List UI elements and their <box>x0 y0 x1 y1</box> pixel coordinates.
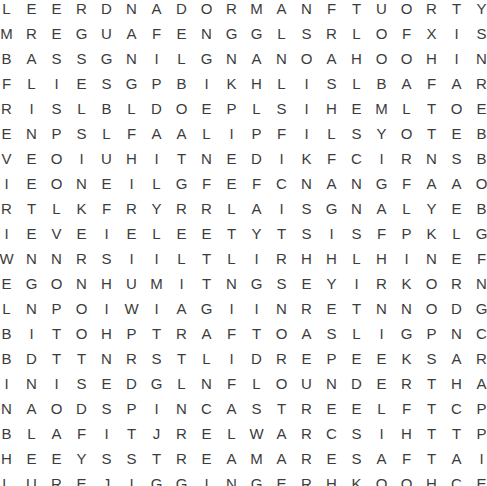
grid-cell[interactable]: O <box>269 371 294 396</box>
grid-cell[interactable]: I <box>144 46 169 71</box>
grid-cell[interactable]: H <box>444 371 469 396</box>
grid-cell[interactable]: O <box>369 471 394 486</box>
grid-cell[interactable]: A <box>269 446 294 471</box>
grid-cell[interactable]: I <box>319 221 344 246</box>
grid-cell[interactable]: L <box>69 96 94 121</box>
grid-cell[interactable]: L <box>144 171 169 196</box>
grid-cell[interactable]: A <box>169 296 194 321</box>
grid-cell[interactable]: H <box>244 71 269 96</box>
grid-cell[interactable]: N <box>219 271 244 296</box>
grid-cell[interactable]: F <box>394 446 419 471</box>
grid-cell[interactable]: L <box>344 321 369 346</box>
grid-cell[interactable]: I <box>244 296 269 321</box>
grid-cell[interactable]: S <box>44 46 69 71</box>
grid-cell[interactable]: H <box>319 246 344 271</box>
grid-cell[interactable]: G <box>194 296 219 321</box>
grid-cell[interactable]: N <box>369 296 394 321</box>
grid-cell[interactable]: F <box>219 371 244 396</box>
grid-cell[interactable]: O <box>394 121 419 146</box>
grid-cell[interactable]: L <box>319 121 344 146</box>
grid-cell[interactable]: T <box>244 321 269 346</box>
grid-cell[interactable]: P <box>119 396 144 421</box>
grid-cell[interactable]: H <box>0 446 19 471</box>
grid-cell[interactable]: S <box>119 446 144 471</box>
grid-cell[interactable]: O <box>369 21 394 46</box>
grid-cell[interactable]: A <box>44 421 69 446</box>
grid-cell[interactable]: D <box>344 371 369 396</box>
grid-cell[interactable]: K <box>69 196 94 221</box>
grid-cell[interactable]: T <box>219 221 244 246</box>
grid-cell[interactable]: P <box>394 221 419 246</box>
grid-cell[interactable]: S <box>94 71 119 96</box>
grid-cell[interactable]: P <box>219 96 244 121</box>
grid-cell[interactable]: O <box>44 396 69 421</box>
grid-cell[interactable]: S <box>269 96 294 121</box>
grid-cell[interactable]: D <box>169 0 194 21</box>
grid-cell[interactable]: I <box>294 121 319 146</box>
grid-cell[interactable]: A <box>244 196 269 221</box>
grid-cell[interactable]: I <box>144 396 169 421</box>
grid-cell[interactable]: T <box>119 421 144 446</box>
grid-cell[interactable]: E <box>119 221 144 246</box>
grid-cell[interactable]: R <box>269 346 294 371</box>
grid-cell[interactable]: L <box>169 246 194 271</box>
grid-cell[interactable]: I <box>119 171 144 196</box>
grid-cell[interactable]: E <box>19 146 44 171</box>
grid-cell[interactable]: F <box>419 71 444 96</box>
grid-cell[interactable]: R <box>0 196 19 221</box>
grid-cell[interactable]: P <box>119 321 144 346</box>
grid-cell[interactable]: I <box>344 271 369 296</box>
grid-cell[interactable]: L <box>219 421 244 446</box>
grid-cell[interactable]: K <box>394 346 419 371</box>
grid-cell[interactable]: I <box>19 96 44 121</box>
grid-cell[interactable]: A <box>369 446 394 471</box>
grid-cell[interactable]: E <box>444 246 469 271</box>
grid-cell[interactable]: S <box>344 446 369 471</box>
grid-cell[interactable]: M <box>0 21 19 46</box>
grid-cell[interactable]: L <box>19 71 44 96</box>
grid-cell[interactable]: L <box>344 246 369 271</box>
grid-cell[interactable]: N <box>269 46 294 71</box>
grid-cell[interactable]: B <box>169 71 194 96</box>
grid-cell[interactable]: R <box>219 0 244 21</box>
grid-cell[interactable]: A <box>194 321 219 346</box>
grid-cell[interactable]: O <box>169 96 194 121</box>
grid-cell[interactable]: E <box>344 96 369 121</box>
grid-cell[interactable]: F <box>269 121 294 146</box>
grid-cell[interactable]: L <box>0 471 19 486</box>
grid-cell[interactable]: I <box>94 421 119 446</box>
grid-cell[interactable]: F <box>394 21 419 46</box>
grid-cell[interactable]: O <box>269 321 294 346</box>
grid-cell[interactable]: V <box>0 146 19 171</box>
grid-cell[interactable]: N <box>469 271 487 296</box>
grid-cell[interactable]: Y <box>369 121 394 146</box>
grid-cell[interactable]: G <box>144 471 169 486</box>
grid-cell[interactable]: R <box>44 471 69 486</box>
grid-cell[interactable]: C <box>319 421 344 446</box>
grid-cell[interactable]: R <box>294 471 319 486</box>
grid-cell[interactable]: P <box>319 346 344 371</box>
grid-cell[interactable]: E <box>169 21 194 46</box>
grid-cell[interactable]: I <box>469 446 487 471</box>
grid-cell[interactable]: F <box>319 146 344 171</box>
grid-cell[interactable]: I <box>444 21 469 46</box>
grid-cell[interactable]: O <box>69 321 94 346</box>
grid-cell[interactable]: G <box>369 171 394 196</box>
grid-cell[interactable]: D <box>19 346 44 371</box>
grid-cell[interactable]: E <box>19 221 44 246</box>
grid-cell[interactable]: T <box>444 0 469 21</box>
grid-cell[interactable]: L <box>19 421 44 446</box>
grid-cell[interactable]: K <box>344 471 369 486</box>
grid-cell[interactable]: S <box>244 396 269 421</box>
grid-cell[interactable]: R <box>169 421 194 446</box>
grid-cell[interactable]: N <box>119 46 144 71</box>
grid-cell[interactable]: U <box>94 21 119 46</box>
grid-cell[interactable]: S <box>144 346 169 371</box>
grid-cell[interactable]: C <box>469 321 487 346</box>
grid-cell[interactable]: B <box>469 196 487 221</box>
grid-cell[interactable]: B <box>469 146 487 171</box>
grid-cell[interactable]: A <box>19 46 44 71</box>
grid-cell[interactable]: N <box>269 296 294 321</box>
grid-cell[interactable]: E <box>94 371 119 396</box>
grid-cell[interactable]: U <box>294 371 319 396</box>
grid-cell[interactable]: F <box>244 171 269 196</box>
grid-cell[interactable]: J <box>94 471 119 486</box>
grid-cell[interactable]: A <box>444 346 469 371</box>
grid-cell[interactable]: E <box>319 446 344 471</box>
grid-cell[interactable]: S <box>344 421 369 446</box>
grid-cell[interactable]: H <box>94 271 119 296</box>
grid-cell[interactable]: B <box>94 96 119 121</box>
grid-cell[interactable]: F <box>119 121 144 146</box>
grid-cell[interactable]: O <box>44 271 69 296</box>
grid-cell[interactable]: U <box>94 146 119 171</box>
grid-cell[interactable]: A <box>269 0 294 21</box>
grid-cell[interactable]: A <box>394 71 419 96</box>
grid-cell[interactable]: L <box>394 96 419 121</box>
grid-cell[interactable]: A <box>244 46 269 71</box>
grid-cell[interactable]: T <box>169 146 194 171</box>
grid-cell[interactable]: F <box>394 171 419 196</box>
grid-cell[interactable]: O <box>419 296 444 321</box>
grid-cell[interactable]: O <box>369 46 394 71</box>
grid-cell[interactable]: Y <box>244 221 269 246</box>
grid-cell[interactable]: N <box>69 271 94 296</box>
grid-cell[interactable]: Y <box>144 196 169 221</box>
grid-cell[interactable]: T <box>144 446 169 471</box>
grid-cell[interactable]: D <box>119 371 144 396</box>
grid-cell[interactable]: E <box>294 346 319 371</box>
grid-cell[interactable]: P <box>469 396 487 421</box>
grid-cell[interactable]: R <box>394 146 419 171</box>
grid-cell[interactable]: W <box>244 421 269 446</box>
grid-cell[interactable]: N <box>119 0 144 21</box>
grid-cell[interactable]: B <box>0 46 19 71</box>
grid-cell[interactable]: I <box>44 371 69 396</box>
grid-cell[interactable]: H <box>294 246 319 271</box>
grid-cell[interactable]: K <box>419 221 444 246</box>
grid-cell[interactable]: P <box>44 296 69 321</box>
grid-cell[interactable]: I <box>0 221 19 246</box>
grid-cell[interactable]: A <box>469 371 487 396</box>
grid-cell[interactable]: A <box>269 421 294 446</box>
grid-cell[interactable]: N <box>419 246 444 271</box>
grid-cell[interactable]: I <box>369 146 394 171</box>
grid-cell[interactable]: I <box>244 246 269 271</box>
grid-cell[interactable]: T <box>269 396 294 421</box>
grid-cell[interactable]: W <box>0 246 19 271</box>
grid-cell[interactable]: C <box>444 396 469 421</box>
grid-cell[interactable]: S <box>419 346 444 371</box>
grid-cell[interactable]: K <box>394 271 419 296</box>
grid-cell[interactable]: R <box>169 446 194 471</box>
grid-cell[interactable]: R <box>19 21 44 46</box>
grid-cell[interactable]: O <box>394 471 419 486</box>
grid-cell[interactable]: A <box>444 446 469 471</box>
grid-cell[interactable]: I <box>94 221 119 246</box>
grid-cell[interactable]: N <box>169 396 194 421</box>
grid-cell[interactable]: L <box>344 71 369 96</box>
grid-cell[interactable]: S <box>344 221 369 246</box>
grid-cell[interactable]: A <box>169 121 194 146</box>
grid-cell[interactable]: T <box>344 296 369 321</box>
grid-cell[interactable]: F <box>194 171 219 196</box>
grid-cell[interactable]: N <box>19 371 44 396</box>
grid-cell[interactable]: D <box>244 146 269 171</box>
grid-cell[interactable]: R <box>294 396 319 421</box>
grid-cell[interactable]: H <box>94 321 119 346</box>
grid-cell[interactable]: G <box>169 171 194 196</box>
grid-cell[interactable]: R <box>319 21 344 46</box>
grid-cell[interactable]: R <box>294 446 319 471</box>
grid-cell[interactable]: P <box>469 421 487 446</box>
grid-cell[interactable]: I <box>219 296 244 321</box>
grid-cell[interactable]: O <box>444 96 469 121</box>
grid-cell[interactable]: W <box>119 296 144 321</box>
grid-cell[interactable]: R <box>0 96 19 121</box>
grid-cell[interactable]: R <box>119 196 144 221</box>
grid-cell[interactable]: E <box>469 96 487 121</box>
grid-cell[interactable]: L <box>269 21 294 46</box>
grid-cell[interactable]: L <box>344 21 369 46</box>
grid-cell[interactable]: N <box>319 371 344 396</box>
grid-cell[interactable]: R <box>69 0 94 21</box>
grid-cell[interactable]: E <box>369 371 394 396</box>
grid-cell[interactable]: D <box>444 296 469 321</box>
grid-cell[interactable]: R <box>469 71 487 96</box>
grid-cell[interactable]: A <box>144 0 169 21</box>
grid-cell[interactable]: E <box>444 121 469 146</box>
grid-cell[interactable]: O <box>469 171 487 196</box>
grid-cell[interactable]: G <box>394 321 419 346</box>
grid-cell[interactable]: T <box>419 421 444 446</box>
grid-cell[interactable]: F <box>369 221 394 246</box>
grid-cell[interactable]: R <box>169 196 194 221</box>
grid-cell[interactable]: N <box>419 146 444 171</box>
grid-cell[interactable]: R <box>419 0 444 21</box>
grid-cell[interactable]: N <box>194 371 219 396</box>
grid-cell[interactable]: U <box>19 471 44 486</box>
grid-cell[interactable]: I <box>269 196 294 221</box>
grid-cell[interactable]: F <box>69 421 94 446</box>
grid-cell[interactable]: F <box>0 71 19 96</box>
grid-cell[interactable]: A <box>219 396 244 421</box>
grid-cell[interactable]: G <box>144 371 169 396</box>
grid-cell[interactable]: A <box>319 46 344 71</box>
grid-cell[interactable]: E <box>0 121 19 146</box>
grid-cell[interactable]: S <box>444 146 469 171</box>
grid-cell[interactable]: R <box>469 346 487 371</box>
grid-cell[interactable]: O <box>394 0 419 21</box>
grid-cell[interactable]: U <box>369 0 394 21</box>
grid-cell[interactable]: D <box>144 96 169 121</box>
grid-cell[interactable]: N <box>344 171 369 196</box>
grid-cell[interactable]: E <box>19 446 44 471</box>
grid-cell[interactable]: L <box>269 71 294 96</box>
grid-cell[interactable]: V <box>44 221 69 246</box>
grid-cell[interactable]: T <box>419 446 444 471</box>
grid-cell[interactable]: E <box>194 421 219 446</box>
grid-cell[interactable]: I <box>219 121 244 146</box>
grid-cell[interactable]: I <box>219 346 244 371</box>
grid-cell[interactable]: L <box>444 221 469 246</box>
grid-cell[interactable]: G <box>244 471 269 486</box>
grid-cell[interactable]: E <box>44 446 69 471</box>
grid-cell[interactable]: I <box>94 296 119 321</box>
grid-cell[interactable]: I <box>294 71 319 96</box>
grid-cell[interactable]: S <box>94 396 119 421</box>
grid-cell[interactable]: F <box>144 21 169 46</box>
grid-cell[interactable]: D <box>69 396 94 421</box>
grid-cell[interactable]: B <box>0 421 19 446</box>
grid-cell[interactable]: E <box>219 146 244 171</box>
grid-cell[interactable]: O <box>194 0 219 21</box>
grid-cell[interactable]: E <box>69 71 94 96</box>
grid-cell[interactable]: G <box>319 196 344 221</box>
grid-cell[interactable]: T <box>419 371 444 396</box>
grid-cell[interactable]: M <box>244 0 269 21</box>
grid-cell[interactable]: T <box>194 246 219 271</box>
grid-cell[interactable]: T <box>419 121 444 146</box>
grid-cell[interactable]: G <box>469 221 487 246</box>
grid-cell[interactable]: E <box>194 446 219 471</box>
grid-cell[interactable]: O <box>69 296 94 321</box>
grid-cell[interactable]: I <box>294 96 319 121</box>
grid-cell[interactable]: L <box>219 246 244 271</box>
grid-cell[interactable]: P <box>44 121 69 146</box>
grid-cell[interactable]: L <box>0 296 19 321</box>
grid-cell[interactable]: C <box>444 471 469 486</box>
grid-cell[interactable]: N <box>344 196 369 221</box>
grid-cell[interactable]: G <box>469 296 487 321</box>
grid-cell[interactable]: G <box>244 271 269 296</box>
grid-cell[interactable]: G <box>69 21 94 46</box>
grid-cell[interactable]: O <box>44 146 69 171</box>
grid-cell[interactable]: T <box>169 346 194 371</box>
grid-cell[interactable]: G <box>194 46 219 71</box>
grid-cell[interactable]: S <box>44 96 69 121</box>
grid-cell[interactable]: I <box>194 71 219 96</box>
grid-cell[interactable]: E <box>69 471 94 486</box>
grid-cell[interactable]: H <box>319 471 344 486</box>
grid-cell[interactable]: M <box>144 271 169 296</box>
grid-cell[interactable]: F <box>319 0 344 21</box>
grid-cell[interactable]: N <box>219 46 244 71</box>
grid-cell[interactable]: L <box>169 371 194 396</box>
grid-cell[interactable]: F <box>394 396 419 421</box>
grid-cell[interactable]: I <box>144 246 169 271</box>
grid-cell[interactable]: A <box>319 171 344 196</box>
grid-cell[interactable]: G <box>219 21 244 46</box>
grid-cell[interactable]: Y <box>469 0 487 21</box>
grid-cell[interactable]: R <box>169 321 194 346</box>
grid-cell[interactable]: N <box>0 396 19 421</box>
grid-cell[interactable]: N <box>194 146 219 171</box>
grid-cell[interactable]: R <box>444 271 469 296</box>
grid-cell[interactable]: E <box>169 221 194 246</box>
grid-cell[interactable]: E <box>294 271 319 296</box>
grid-cell[interactable]: F <box>469 246 487 271</box>
grid-cell[interactable]: T <box>419 396 444 421</box>
grid-cell[interactable]: E <box>44 0 69 21</box>
grid-cell[interactable]: N <box>294 0 319 21</box>
grid-cell[interactable]: H <box>344 46 369 71</box>
grid-cell[interactable]: E <box>444 196 469 221</box>
grid-cell[interactable]: T <box>69 346 94 371</box>
grid-cell[interactable]: N <box>19 121 44 146</box>
grid-cell[interactable]: T <box>19 196 44 221</box>
grid-cell[interactable]: G <box>19 271 44 296</box>
grid-cell[interactable]: H <box>419 471 444 486</box>
grid-cell[interactable]: P <box>144 71 169 96</box>
grid-cell[interactable]: I <box>144 296 169 321</box>
grid-cell[interactable]: E <box>44 21 69 46</box>
grid-cell[interactable]: L <box>194 346 219 371</box>
grid-cell[interactable]: A <box>19 396 44 421</box>
grid-cell[interactable]: B <box>0 321 19 346</box>
grid-cell[interactable]: K <box>219 71 244 96</box>
grid-cell[interactable]: T <box>44 321 69 346</box>
grid-cell[interactable]: L <box>44 196 69 221</box>
grid-cell[interactable]: L <box>144 221 169 246</box>
grid-cell[interactable]: T <box>194 271 219 296</box>
grid-cell[interactable]: G <box>119 71 144 96</box>
grid-cell[interactable]: C <box>194 396 219 421</box>
grid-cell[interactable]: E <box>344 396 369 421</box>
grid-cell[interactable]: S <box>294 196 319 221</box>
grid-cell[interactable]: Y <box>419 196 444 221</box>
grid-cell[interactable]: S <box>269 271 294 296</box>
grid-cell[interactable]: F <box>94 196 119 221</box>
grid-cell[interactable]: T <box>444 421 469 446</box>
grid-cell[interactable]: A <box>119 21 144 46</box>
grid-cell[interactable]: Y <box>319 271 344 296</box>
grid-cell[interactable]: R <box>394 371 419 396</box>
grid-cell[interactable]: F <box>219 321 244 346</box>
grid-cell[interactable]: N <box>294 171 319 196</box>
grid-cell[interactable]: O <box>394 46 419 71</box>
grid-cell[interactable]: N <box>69 171 94 196</box>
grid-cell[interactable]: I <box>394 246 419 271</box>
grid-cell[interactable]: K <box>294 146 319 171</box>
grid-cell[interactable]: I <box>44 71 69 96</box>
grid-cell[interactable]: S <box>469 21 487 46</box>
grid-cell[interactable]: N <box>44 246 69 271</box>
